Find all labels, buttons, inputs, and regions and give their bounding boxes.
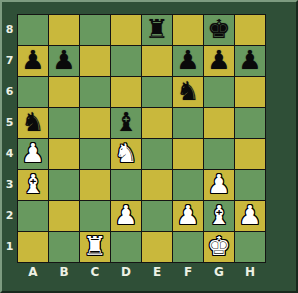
square-a1[interactable]	[18, 232, 48, 262]
white-rook-piece-c1: ♜	[80, 232, 110, 262]
square-g2[interactable]: ♝	[204, 201, 234, 231]
square-c7[interactable]	[80, 46, 110, 76]
square-f8[interactable]	[173, 15, 203, 45]
chess-board: ♜♚♟♟♟♟♟♞♞♝♟♞♝♟♟♟♝♟♜♚	[17, 14, 266, 263]
square-f3[interactable]	[173, 170, 203, 200]
black-bishop-piece-d5: ♝	[111, 108, 141, 138]
square-g4[interactable]	[204, 139, 234, 169]
square-g7[interactable]: ♟	[204, 46, 234, 76]
white-pawn-piece-g3: ♟	[204, 170, 234, 200]
white-knight-piece-d4: ♞	[111, 139, 141, 169]
square-a6[interactable]	[18, 77, 48, 107]
black-knight-piece-a5: ♞	[18, 108, 48, 138]
square-g6[interactable]	[204, 77, 234, 107]
white-king-piece-g1: ♚	[204, 232, 234, 262]
square-c1[interactable]: ♜	[80, 232, 110, 262]
square-a2[interactable]	[18, 201, 48, 231]
square-a7[interactable]: ♟	[18, 46, 48, 76]
square-h8[interactable]	[235, 15, 265, 45]
black-pawn-piece-a7: ♟	[18, 46, 48, 76]
square-g5[interactable]	[204, 108, 234, 138]
square-f1[interactable]	[173, 232, 203, 262]
square-a8[interactable]	[18, 15, 48, 45]
square-d3[interactable]	[111, 170, 141, 200]
square-f5[interactable]	[173, 108, 203, 138]
file-label-c: C	[80, 263, 110, 281]
rank-label-6: 6	[2, 77, 17, 107]
square-c5[interactable]	[80, 108, 110, 138]
square-h5[interactable]	[235, 108, 265, 138]
rank-label-7: 7	[2, 46, 17, 76]
file-labels: ABCDEFGH	[18, 263, 265, 281]
white-bishop-piece-a3: ♝	[18, 170, 48, 200]
square-e8[interactable]: ♜	[142, 15, 172, 45]
chessboard-window: 87654321 ♜♚♟♟♟♟♟♞♞♝♟♞♝♟♟♟♝♟♜♚ ABCDEFGH	[0, 0, 298, 293]
rank-label-5: 5	[2, 108, 17, 138]
square-e5[interactable]	[142, 108, 172, 138]
square-d6[interactable]	[111, 77, 141, 107]
file-label-g: G	[204, 263, 234, 281]
rank-label-3: 3	[2, 170, 17, 200]
square-e1[interactable]	[142, 232, 172, 262]
black-pawn-piece-h7: ♟	[235, 46, 265, 76]
square-e4[interactable]	[142, 139, 172, 169]
square-c2[interactable]	[80, 201, 110, 231]
square-e6[interactable]	[142, 77, 172, 107]
rank-label-1: 1	[2, 232, 17, 262]
square-h3[interactable]	[235, 170, 265, 200]
square-g8[interactable]: ♚	[204, 15, 234, 45]
file-label-e: E	[142, 263, 172, 281]
rank-label-2: 2	[2, 201, 17, 231]
square-a5[interactable]: ♞	[18, 108, 48, 138]
square-g1[interactable]: ♚	[204, 232, 234, 262]
rank-label-8: 8	[2, 15, 17, 45]
square-d2[interactable]: ♟	[111, 201, 141, 231]
square-f7[interactable]: ♟	[173, 46, 203, 76]
square-b8[interactable]	[49, 15, 79, 45]
square-d1[interactable]	[111, 232, 141, 262]
file-label-d: D	[111, 263, 141, 281]
white-pawn-piece-a4: ♟	[18, 139, 48, 169]
white-pawn-piece-d2: ♟	[111, 201, 141, 231]
rank-label-4: 4	[2, 139, 17, 169]
square-b5[interactable]	[49, 108, 79, 138]
square-c6[interactable]	[80, 77, 110, 107]
square-h4[interactable]	[235, 139, 265, 169]
square-f6[interactable]: ♞	[173, 77, 203, 107]
square-d5[interactable]: ♝	[111, 108, 141, 138]
file-label-a: A	[18, 263, 48, 281]
square-b7[interactable]: ♟	[49, 46, 79, 76]
file-label-h: H	[235, 263, 265, 281]
square-h2[interactable]: ♟	[235, 201, 265, 231]
square-d7[interactable]	[111, 46, 141, 76]
square-c4[interactable]	[80, 139, 110, 169]
file-label-f: F	[173, 263, 203, 281]
square-c8[interactable]	[80, 15, 110, 45]
rank-labels: 87654321	[2, 15, 17, 262]
black-pawn-piece-g7: ♟	[204, 46, 234, 76]
white-bishop-piece-g2: ♝	[204, 201, 234, 231]
square-d4[interactable]: ♞	[111, 139, 141, 169]
black-knight-piece-f6: ♞	[173, 77, 203, 107]
square-a4[interactable]: ♟	[18, 139, 48, 169]
square-h1[interactable]	[235, 232, 265, 262]
square-h6[interactable]	[235, 77, 265, 107]
square-g3[interactable]: ♟	[204, 170, 234, 200]
square-e3[interactable]	[142, 170, 172, 200]
square-b4[interactable]	[49, 139, 79, 169]
square-b6[interactable]	[49, 77, 79, 107]
black-king-piece-g8: ♚	[204, 15, 234, 45]
black-pawn-piece-b7: ♟	[49, 46, 79, 76]
square-c3[interactable]	[80, 170, 110, 200]
square-f2[interactable]: ♟	[173, 201, 203, 231]
square-e7[interactable]	[142, 46, 172, 76]
file-label-b: B	[49, 263, 79, 281]
square-f4[interactable]	[173, 139, 203, 169]
square-b2[interactable]	[49, 201, 79, 231]
square-h7[interactable]: ♟	[235, 46, 265, 76]
black-pawn-piece-f7: ♟	[173, 46, 203, 76]
white-pawn-piece-f2: ♟	[173, 201, 203, 231]
white-pawn-piece-h2: ♟	[235, 201, 265, 231]
square-a3[interactable]: ♝	[18, 170, 48, 200]
black-rook-piece-e8: ♜	[142, 15, 172, 45]
square-b3[interactable]	[49, 170, 79, 200]
square-b1[interactable]	[49, 232, 79, 262]
square-e2[interactable]	[142, 201, 172, 231]
square-d8[interactable]	[111, 15, 141, 45]
